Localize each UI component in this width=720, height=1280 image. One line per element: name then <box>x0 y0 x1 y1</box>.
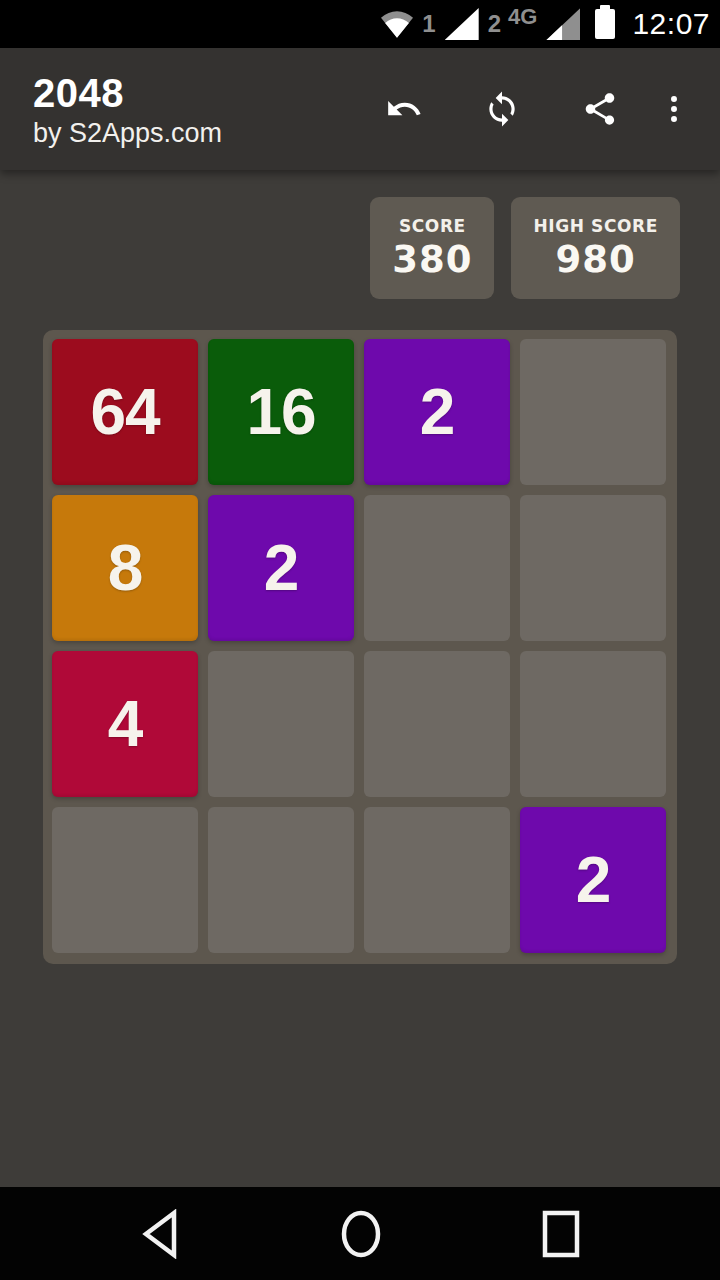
high-score-label: HIGH SCORE <box>533 216 658 236</box>
overflow-menu-button[interactable] <box>654 89 694 129</box>
back-button[interactable] <box>140 1209 180 1259</box>
share-icon <box>581 90 619 128</box>
recents-icon <box>542 1210 580 1258</box>
app-bar: 2048 by S2Apps.com <box>0 48 720 170</box>
score-box: SCORE 380 <box>370 197 494 299</box>
score-value: 380 <box>392 238 472 281</box>
signal-icon-sim2 <box>546 8 580 40</box>
tile-64: 64 <box>52 339 198 485</box>
empty-cell <box>208 651 354 797</box>
empty-cell <box>520 651 666 797</box>
tile-2: 2 <box>208 495 354 641</box>
empty-cell <box>364 807 510 953</box>
tile-8: 8 <box>52 495 198 641</box>
tile-16: 16 <box>208 339 354 485</box>
status-bar: 1 2 4G 12:07 <box>0 0 720 48</box>
empty-cell <box>364 651 510 797</box>
score-row: SCORE 380 HIGH SCORE 980 <box>370 197 680 299</box>
battery-icon <box>595 9 615 39</box>
high-score-value: 980 <box>556 238 636 281</box>
tile-4: 4 <box>52 651 198 797</box>
title-block: 2048 by S2Apps.com <box>0 70 222 149</box>
score-label: SCORE <box>399 216 466 236</box>
home-icon <box>340 1209 382 1259</box>
tile-2: 2 <box>364 339 510 485</box>
empty-cell <box>208 807 354 953</box>
empty-cell <box>52 807 198 953</box>
undo-icon <box>385 90 423 128</box>
share-button[interactable] <box>580 89 620 129</box>
screen: 1 2 4G 12:07 2048 by S2Apps.com <box>0 0 720 1280</box>
empty-cell <box>364 495 510 641</box>
network-type-label: 4G <box>508 4 537 30</box>
overflow-menu-icon <box>657 92 691 126</box>
empty-cell <box>520 495 666 641</box>
signal-icon-sim1 <box>445 8 479 40</box>
restart-button[interactable] <box>482 89 522 129</box>
wifi-icon <box>381 11 413 38</box>
home-button[interactable] <box>340 1209 382 1259</box>
appbar-actions <box>384 89 720 129</box>
empty-cell <box>520 339 666 485</box>
recents-button[interactable] <box>542 1210 580 1258</box>
back-icon <box>140 1209 180 1259</box>
refresh-icon <box>483 90 521 128</box>
board[interactable]: 641628242 <box>43 330 677 964</box>
sim1-label: 1 <box>422 10 435 38</box>
sim2-label: 2 <box>488 10 501 38</box>
app-title: 2048 <box>33 70 222 116</box>
nav-bar <box>0 1187 720 1280</box>
app-subtitle: by S2Apps.com <box>33 118 222 149</box>
undo-button[interactable] <box>384 89 424 129</box>
clock: 12:07 <box>632 7 710 41</box>
tile-2: 2 <box>520 807 666 953</box>
high-score-box: HIGH SCORE 980 <box>511 197 680 299</box>
